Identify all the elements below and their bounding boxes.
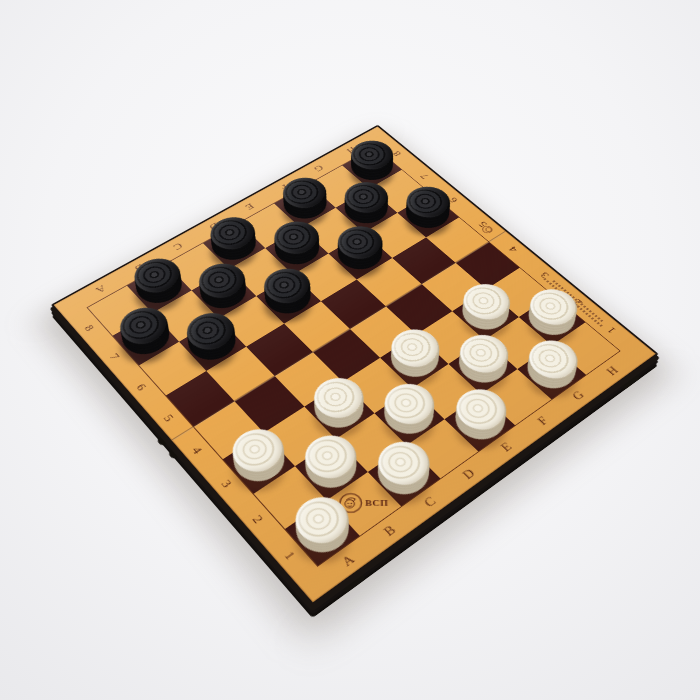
- piece-white-e1[interactable]: [445, 394, 514, 450]
- piece-white-d2[interactable]: [375, 389, 444, 445]
- piece-white-c3[interactable]: [305, 383, 373, 438]
- piece-black-f8[interactable]: [275, 185, 334, 227]
- piece-white-f2[interactable]: [449, 341, 516, 393]
- piece-black-f6[interactable]: [329, 233, 391, 278]
- board-3d-wrapper: ABCDEFGH ABCDEFGH 12345678 12345678 ВСП: [51, 125, 659, 605]
- piece-black-h6[interactable]: [398, 194, 458, 237]
- piece-white-b2[interactable]: [296, 440, 366, 499]
- piece-black-d6[interactable]: [257, 275, 320, 323]
- product-photo-scene: ABCDEFGH ABCDEFGH 12345678 12345678 ВСП: [0, 0, 700, 700]
- piece-white-a1[interactable]: [286, 501, 359, 565]
- piece-white-h2[interactable]: [519, 295, 584, 344]
- piece-white-g1[interactable]: [518, 346, 585, 399]
- piece-black-d8[interactable]: [204, 224, 265, 269]
- piece-black-a7[interactable]: [114, 314, 178, 365]
- piece-white-e3[interactable]: [381, 335, 447, 387]
- pieces-layer: [54, 126, 656, 602]
- checkers-board: ABCDEFGH ABCDEFGH 12345678 12345678 ВСП: [51, 125, 659, 605]
- piece-white-a3[interactable]: [224, 434, 294, 493]
- piece-white-c1[interactable]: [368, 446, 439, 506]
- piece-black-g7[interactable]: [336, 189, 396, 232]
- piece-white-g3[interactable]: [453, 290, 518, 339]
